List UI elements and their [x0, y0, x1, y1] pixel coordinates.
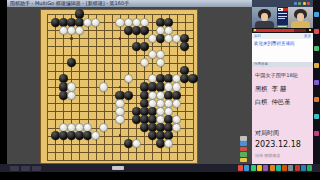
white-stone-7-16: [91, 131, 100, 140]
broadcast-note: 转播·围棋频道: [255, 153, 280, 158]
white-stone-5-3: [75, 26, 84, 35]
tray-icon[interactable]: [301, 165, 306, 171]
tray-icon[interactable]: [282, 165, 287, 171]
hoshi-point: [119, 86, 122, 89]
panel-control-icon[interactable]: [294, 2, 297, 5]
panel-title-bar[interactable]: [252, 0, 313, 7]
league-title: 中国女子围甲18轮: [255, 72, 298, 79]
taskbar-button[interactable]: [10, 166, 19, 171]
black-player-name: 李 赫: [272, 85, 287, 92]
white-label: 白棋: [255, 98, 268, 105]
grid-line: [47, 152, 193, 153]
white-stone-13-7: [140, 58, 149, 67]
app-icon[interactable]: [240, 136, 247, 141]
app-icon[interactable]: [240, 158, 247, 163]
side-tool-icon[interactable]: [314, 80, 319, 85]
separator-label: 对局信息: [254, 62, 268, 66]
side-tool-icon[interactable]: [314, 131, 319, 136]
grid-line: [128, 14, 129, 160]
avatar-face: [261, 13, 268, 21]
side-tool-icon[interactable]: [314, 12, 319, 17]
white-stone-15-7: [156, 58, 165, 67]
white-player-line: 白棋 仲邑堇: [255, 98, 291, 107]
overlay-text-line: [278, 18, 285, 19]
grid-line: [136, 14, 137, 160]
side-tool-strip[interactable]: [313, 0, 320, 164]
taskbar-button[interactable]: [32, 166, 41, 171]
black-label: 黑棋: [255, 85, 268, 92]
tray-icon[interactable]: [295, 165, 300, 171]
match-score-overlay: [277, 7, 288, 28]
match-info-card: 中国女子围甲18轮 黑棋 李 赫 白棋 仲邑堇 对局时间 2023.12.18 …: [252, 67, 313, 164]
avatar-body: [255, 21, 274, 28]
tray-icon[interactable]: [270, 165, 275, 171]
tray-icon[interactable]: [251, 165, 256, 171]
vote-red-fill: [253, 29, 294, 32]
grid-line: [193, 14, 194, 160]
game-time-label: 对局时间: [255, 129, 279, 138]
app-icon[interactable]: [240, 152, 247, 157]
window-title-bar[interactable]: 围棋助手 - MultiGo 棋谱编辑器 - [新棋谱] - 第160手: [7, 0, 252, 7]
black-stone-13-5: [140, 42, 149, 51]
hoshi-point: [70, 37, 73, 40]
grid-line: [47, 160, 193, 161]
chat-area[interactable]: 欢迎来到围棋直播间: [252, 39, 313, 62]
overlay-text-line: [278, 13, 287, 14]
panel-control-icon[interactable]: [307, 2, 310, 5]
black-stone-18-5: [180, 42, 189, 51]
white-stone-17-15: [172, 123, 181, 132]
white-stone-7-2: [91, 18, 100, 27]
white-stone-12-17: [132, 139, 141, 148]
board-side-mini-toolbar[interactable]: [240, 136, 248, 162]
vote-dark-fill: [294, 29, 306, 32]
white-stone-11-9: [124, 74, 133, 83]
tray-icon[interactable]: [238, 165, 243, 171]
panel-control-icon[interactable]: [298, 2, 301, 5]
game-date: 2023.12.18: [255, 140, 301, 149]
panel-control-icon[interactable]: [303, 2, 306, 5]
broadcast-panel: 竞猜 更多 欢迎来到围棋直播间 对局信息 中国女子围甲18轮 黑棋 李 赫 白棋…: [252, 0, 313, 164]
overlay-text-line: [278, 16, 287, 17]
black-stone-4-7: [67, 58, 76, 67]
avatar-face: [297, 13, 304, 21]
vote-tick: [254, 29, 256, 31]
black-player-webcam: [252, 7, 277, 28]
go-board[interactable]: [40, 9, 198, 164]
white-stone-17-12: [172, 99, 181, 108]
tray-icon[interactable]: [307, 165, 312, 171]
side-tool-icon[interactable]: [314, 97, 319, 102]
chat-announcement: 欢迎来到围棋直播间: [254, 41, 295, 46]
taskbar-handle[interactable]: [112, 166, 124, 170]
tray-icon[interactable]: [244, 165, 249, 171]
tray-icon[interactable]: [276, 165, 281, 171]
white-stone-4-11: [67, 91, 76, 100]
subbar-left-label[interactable]: 竞猜: [254, 34, 261, 38]
white-player-name: 仲邑堇: [272, 98, 291, 105]
white-player-webcam: [288, 7, 313, 28]
white-stone-8-15: [99, 123, 108, 132]
white-stone-8-10: [99, 82, 108, 91]
vote-tick: [309, 29, 311, 31]
black-stone-13-3: [140, 26, 149, 35]
avatar-body: [291, 21, 310, 28]
side-tool-icon[interactable]: [314, 63, 319, 68]
app-icon[interactable]: [240, 141, 247, 146]
china-flag-icon: [283, 8, 288, 12]
tray-icon[interactable]: [263, 165, 268, 171]
hoshi-point: [119, 134, 122, 137]
app-icon[interactable]: [240, 147, 247, 152]
black-stone-19-9: [188, 74, 197, 83]
white-stone-10-14: [115, 115, 124, 124]
tray-icon[interactable]: [288, 165, 293, 171]
tray-icon[interactable]: [257, 165, 262, 171]
black-player-line: 黑棋 李 赫: [255, 85, 286, 94]
black-stone-11-11: [124, 91, 133, 100]
taskbar[interactable]: [0, 164, 320, 172]
hoshi-point: [119, 37, 122, 40]
taskbar-button[interactable]: [21, 166, 30, 171]
side-tool-icon[interactable]: [314, 29, 319, 34]
window-title: 围棋助手 - MultiGo 棋谱编辑器 - [新棋谱] - 第160手: [10, 0, 129, 6]
side-tool-icon[interactable]: [314, 46, 319, 51]
side-tool-icon[interactable]: [314, 114, 319, 119]
white-stone-16-17: [164, 139, 173, 148]
